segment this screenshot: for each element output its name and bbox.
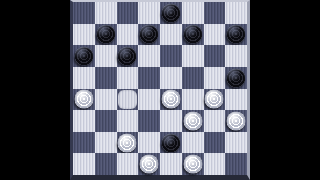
square-r1c7[interactable] — [225, 24, 247, 46]
checkers-board — [70, 0, 250, 180]
square-r5c4[interactable] — [160, 110, 182, 132]
white-man[interactable] — [118, 133, 137, 152]
square-r2c4[interactable] — [160, 45, 182, 67]
square-r1c6[interactable] — [204, 24, 226, 46]
white-man[interactable] — [74, 90, 93, 109]
square-r6c1[interactable] — [95, 132, 117, 154]
square-r7c6[interactable] — [204, 153, 226, 175]
square-r2c6[interactable] — [204, 45, 226, 67]
square-r2c1[interactable] — [95, 45, 117, 67]
square-r5c2[interactable] — [117, 110, 139, 132]
black-man[interactable] — [161, 3, 180, 22]
square-r4c5[interactable] — [182, 89, 204, 111]
black-man[interactable] — [96, 25, 115, 44]
black-man[interactable] — [227, 25, 246, 44]
square-r3c4[interactable] — [160, 67, 182, 89]
square-r0c6[interactable] — [204, 2, 226, 24]
square-r1c5[interactable] — [182, 24, 204, 46]
game-screen — [0, 0, 320, 180]
square-r7c2[interactable] — [117, 153, 139, 175]
square-r4c2[interactable] — [117, 89, 139, 111]
black-man[interactable] — [74, 47, 93, 66]
square-r5c5[interactable] — [182, 110, 204, 132]
square-r4c3[interactable] — [138, 89, 160, 111]
square-r3c3[interactable] — [138, 67, 160, 89]
square-r6c6[interactable] — [204, 132, 226, 154]
white-man[interactable] — [161, 90, 180, 109]
square-r1c2[interactable] — [117, 24, 139, 46]
square-r1c1[interactable] — [95, 24, 117, 46]
square-r4c6[interactable] — [204, 89, 226, 111]
white-man[interactable] — [183, 111, 202, 130]
square-r0c5[interactable] — [182, 2, 204, 24]
black-man[interactable] — [118, 47, 137, 66]
square-r3c2[interactable] — [117, 67, 139, 89]
black-man[interactable] — [140, 25, 159, 44]
white-man[interactable] — [227, 111, 246, 130]
square-r6c0[interactable] — [73, 132, 95, 154]
square-r1c3[interactable] — [138, 24, 160, 46]
black-man[interactable] — [161, 133, 180, 152]
square-r3c6[interactable] — [204, 67, 226, 89]
square-r6c3[interactable] — [138, 132, 160, 154]
black-man[interactable] — [227, 68, 246, 87]
square-r4c1[interactable] — [95, 89, 117, 111]
square-r6c4[interactable] — [160, 132, 182, 154]
white-man[interactable] — [183, 155, 202, 174]
square-r6c5[interactable] — [182, 132, 204, 154]
square-r6c7[interactable] — [225, 132, 247, 154]
square-r3c1[interactable] — [95, 67, 117, 89]
square-r1c0[interactable] — [73, 24, 95, 46]
white-man[interactable] — [140, 155, 159, 174]
square-r0c2[interactable] — [117, 2, 139, 24]
square-r5c7[interactable] — [225, 110, 247, 132]
square-r4c0[interactable] — [73, 89, 95, 111]
square-r2c0[interactable] — [73, 45, 95, 67]
square-r0c3[interactable] — [138, 2, 160, 24]
square-r5c1[interactable] — [95, 110, 117, 132]
last-move-highlight — [118, 90, 138, 110]
square-r5c6[interactable] — [204, 110, 226, 132]
square-r5c3[interactable] — [138, 110, 160, 132]
square-r3c5[interactable] — [182, 67, 204, 89]
square-r6c2[interactable] — [117, 132, 139, 154]
square-r0c1[interactable] — [95, 2, 117, 24]
square-r7c0[interactable] — [73, 153, 95, 175]
square-r4c7[interactable] — [225, 89, 247, 111]
square-r2c7[interactable] — [225, 45, 247, 67]
square-r2c2[interactable] — [117, 45, 139, 67]
square-r2c5[interactable] — [182, 45, 204, 67]
square-r1c4[interactable] — [160, 24, 182, 46]
black-man[interactable] — [183, 25, 202, 44]
square-r7c1[interactable] — [95, 153, 117, 175]
square-r0c4[interactable] — [160, 2, 182, 24]
white-man[interactable] — [205, 90, 224, 109]
square-r0c7[interactable] — [225, 2, 247, 24]
square-r0c0[interactable] — [73, 2, 95, 24]
square-r5c0[interactable] — [73, 110, 95, 132]
square-r7c4[interactable] — [160, 153, 182, 175]
square-r7c5[interactable] — [182, 153, 204, 175]
square-r2c3[interactable] — [138, 45, 160, 67]
square-r7c3[interactable] — [138, 153, 160, 175]
square-r3c7[interactable] — [225, 67, 247, 89]
square-r7c7[interactable] — [225, 153, 247, 175]
square-r4c4[interactable] — [160, 89, 182, 111]
square-r3c0[interactable] — [73, 67, 95, 89]
